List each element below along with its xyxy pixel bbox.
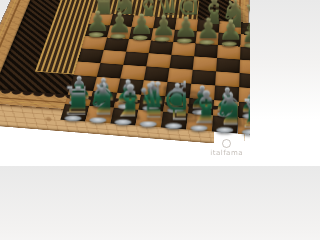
piece-white-knight-b1[interactable]: ♞ <box>85 77 110 122</box>
square-c1[interactable]: ♝ <box>110 108 138 126</box>
piece-black-pawn-a7[interactable]: ♟ <box>85 8 107 36</box>
square-h1[interactable]: ♜ <box>238 117 250 135</box>
photo-backdrop: ♜♞♝♛♚♝♞♜♟♟♟♟♟♟♟♟♟♟♟♟♟♟♟♟♜♞♝♛♚♝♞♜ italfam… <box>0 0 250 166</box>
carved-scalloped-border: ♜♞♝♛♚♝♞♜♟♟♟♟♟♟♟♟♟♟♟♟♟♟♟♟♜♞♝♛♚♝♞♜ <box>0 0 230 107</box>
square-d7[interactable]: ♟ <box>151 28 175 42</box>
piece-black-pawn-c7[interactable]: ♟ <box>129 11 151 39</box>
piece-black-pawn-b7[interactable]: ♟ <box>107 10 129 38</box>
piece-black-pawn-f7[interactable]: ♟ <box>196 15 218 43</box>
square-g1[interactable]: ♞ <box>212 115 238 133</box>
square-b5[interactable] <box>100 50 126 65</box>
leather-map-frame: ♜♞♝♛♚♝♞♜♟♟♟♟♟♟♟♟♟♟♟♟♟♟♟♟♜♞♝♛♚♝♞♜ <box>0 0 249 123</box>
chessboard-grid: ♜♞♝♛♚♝♞♜♟♟♟♟♟♟♟♟♟♟♟♟♟♟♟♟♜♞♝♛♚♝♞♜ <box>80 13 161 58</box>
square-e1[interactable]: ♚ <box>161 112 188 130</box>
watermark-text: italfama <box>210 149 243 157</box>
watermark-logo-icon <box>222 139 231 148</box>
square-c7[interactable]: ♟ <box>129 27 153 41</box>
piece-white-rook-h1[interactable]: ♜ <box>238 94 250 134</box>
piece-black-pawn-e7[interactable]: ♟ <box>173 14 195 42</box>
watermark: italfama <box>210 139 243 157</box>
square-g7[interactable]: ♟ <box>218 33 241 47</box>
piece-white-bishop-f1[interactable]: ♝ <box>186 84 212 129</box>
chessboard-box: ♜♞♝♛♚♝♞♜♟♟♟♟♟♟♟♟♟♟♟♟♟♟♟♟♜♞♝♛♚♝♞♜ <box>0 0 249 123</box>
piece-white-knight-g1[interactable]: ♞ <box>212 86 238 131</box>
piece-white-rook-a1[interactable]: ♜ <box>60 81 85 120</box>
square-b7[interactable]: ♟ <box>107 25 132 39</box>
piece-black-pawn-g7[interactable]: ♟ <box>218 17 240 46</box>
piece-white-king-e1[interactable]: ♚ <box>161 74 186 127</box>
piece-black-pawn-d7[interactable]: ♟ <box>151 12 173 40</box>
piece-black-pawn-h7[interactable]: ♟ <box>241 18 250 47</box>
piece-white-bishop-c1[interactable]: ♝ <box>110 79 135 124</box>
square-f1[interactable]: ♝ <box>186 114 213 132</box>
piece-white-queen-d1[interactable]: ♛ <box>135 76 160 126</box>
square-d1[interactable]: ♛ <box>135 110 163 128</box>
square-f7[interactable]: ♟ <box>196 31 219 45</box>
square-h7[interactable]: ♟ <box>240 34 250 48</box>
square-e7[interactable]: ♟ <box>173 30 197 44</box>
